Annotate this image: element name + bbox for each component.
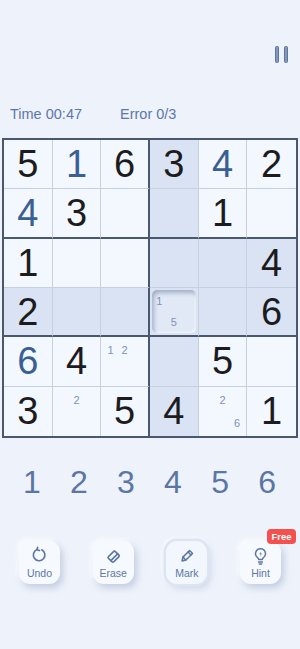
- cell-r5c2[interactable]: 4: [53, 337, 102, 386]
- cell-r1c5[interactable]: 4: [199, 140, 248, 189]
- cell-r6c1[interactable]: 3: [4, 387, 53, 436]
- given-digit: 4: [261, 244, 282, 282]
- undo-button[interactable]: Undo: [19, 541, 60, 584]
- error-label: Error: [120, 106, 152, 122]
- cell-r5c3[interactable]: 12: [101, 337, 150, 386]
- given-digit: 2: [17, 293, 38, 331]
- cell-r5c6[interactable]: [247, 337, 296, 386]
- cell-r4c4[interactable]: 15: [150, 288, 199, 337]
- number-pad: 1 2 3 4 5 6: [0, 464, 300, 501]
- user-digit: 4: [17, 194, 38, 232]
- cell-r3c1[interactable]: 1: [4, 239, 53, 288]
- cell-r1c3[interactable]: 6: [101, 140, 150, 189]
- cell-r1c6[interactable]: 2: [247, 140, 296, 189]
- given-digit: 6: [261, 293, 282, 331]
- given-digit: 3: [17, 392, 38, 430]
- pause-icon: [275, 46, 279, 63]
- cell-r3c3[interactable]: [101, 239, 150, 288]
- cell-r2c3[interactable]: [101, 189, 150, 238]
- time-value: 00:47: [46, 106, 82, 122]
- cell-r2c2[interactable]: 3: [53, 189, 102, 238]
- given-digit: 6: [114, 145, 135, 183]
- user-digit: 6: [17, 342, 38, 380]
- given-digit: 4: [66, 342, 87, 380]
- cell-r6c3[interactable]: 5: [101, 387, 150, 436]
- error-value: 0/3: [156, 106, 176, 122]
- cell-r6c5[interactable]: 26: [199, 387, 248, 436]
- cell-r2c5[interactable]: 1: [199, 189, 248, 238]
- cell-r4c5[interactable]: [199, 288, 248, 337]
- pause-icon: [284, 46, 288, 63]
- numpad-2[interactable]: 2: [70, 464, 88, 501]
- cell-r2c1[interactable]: 4: [4, 189, 53, 238]
- cell-r1c1[interactable]: 5: [4, 140, 53, 189]
- mark-button[interactable]: Mark: [166, 541, 207, 584]
- numpad-6[interactable]: 6: [258, 464, 276, 501]
- cell-r3c4[interactable]: [150, 239, 199, 288]
- hint-label: Hint: [251, 568, 270, 579]
- pencil-notes: 2: [55, 389, 99, 434]
- pencil-notes: 26: [201, 389, 245, 434]
- given-digit: 5: [114, 392, 135, 430]
- cell-r6c2[interactable]: 2: [53, 387, 102, 436]
- time-label: Time: [10, 106, 42, 122]
- undo-icon: [29, 546, 50, 567]
- undo-label: Undo: [27, 568, 52, 579]
- cell-r4c2[interactable]: [53, 288, 102, 337]
- pencil-notes: 15: [152, 290, 196, 333]
- numpad-5[interactable]: 5: [211, 464, 229, 501]
- given-digit: 5: [17, 145, 38, 183]
- given-digit: 1: [17, 244, 38, 282]
- hint-bulb-icon: [250, 546, 271, 567]
- eraser-icon: [103, 546, 124, 567]
- cell-r6c4[interactable]: 4: [150, 387, 199, 436]
- sudoku-board: 516342431142156641253254261: [2, 138, 298, 438]
- given-digit: 3: [66, 194, 87, 232]
- given-digit: 2: [261, 145, 282, 183]
- user-digit: 4: [212, 145, 233, 183]
- hint-button[interactable]: Free Hint: [240, 541, 281, 584]
- cell-r3c2[interactable]: [53, 239, 102, 288]
- user-digit: 1: [66, 145, 87, 183]
- cell-r6c6[interactable]: 1: [247, 387, 296, 436]
- given-digit: 3: [163, 145, 184, 183]
- cell-r1c2[interactable]: 1: [53, 140, 102, 189]
- cell-r4c3[interactable]: [101, 288, 150, 337]
- given-digit: 5: [212, 342, 233, 380]
- toolbar: Undo Erase Mark Free: [0, 541, 300, 584]
- erase-button[interactable]: Erase: [93, 541, 134, 584]
- cell-r4c1[interactable]: 2: [4, 288, 53, 337]
- pause-button[interactable]: [273, 44, 290, 65]
- error-counter: Error 0/3: [120, 106, 176, 122]
- pencil-notes: 12: [103, 339, 146, 383]
- cell-r2c4[interactable]: [150, 189, 199, 238]
- numpad-3[interactable]: 3: [117, 464, 135, 501]
- cell-r3c6[interactable]: 4: [247, 239, 296, 288]
- cell-r2c6[interactable]: [247, 189, 296, 238]
- numpad-4[interactable]: 4: [164, 464, 182, 501]
- status-bar: Time 00:47 Error 0/3: [0, 106, 300, 124]
- cell-r5c4[interactable]: [150, 337, 199, 386]
- cell-r3c5[interactable]: [199, 239, 248, 288]
- mark-label: Mark: [175, 568, 198, 579]
- pencil-icon: [176, 546, 197, 567]
- erase-label: Erase: [99, 568, 126, 579]
- numpad-1[interactable]: 1: [23, 464, 41, 501]
- free-badge: Free: [267, 529, 296, 544]
- cell-r5c1[interactable]: 6: [4, 337, 53, 386]
- given-digit: 1: [261, 392, 282, 430]
- timer: Time 00:47: [10, 106, 82, 122]
- cell-r4c6[interactable]: 6: [247, 288, 296, 337]
- cell-r1c4[interactable]: 3: [150, 140, 199, 189]
- given-digit: 4: [163, 392, 184, 430]
- cell-r5c5[interactable]: 5: [199, 337, 248, 386]
- given-digit: 1: [212, 194, 233, 232]
